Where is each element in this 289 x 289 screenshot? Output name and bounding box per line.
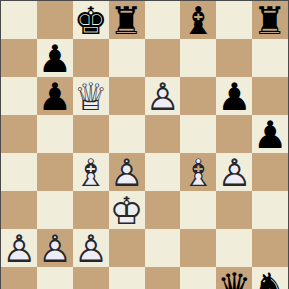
black-king-c8[interactable]: ♚ [74,2,108,40]
square-c5[interactable] [73,115,109,153]
square-b3[interactable] [37,191,73,229]
piece-glyph: ♚ [74,2,108,40]
square-d6[interactable] [109,77,145,115]
square-e6[interactable]: ♟♙ [145,77,181,115]
black-pawn-h5[interactable]: ♟ [253,116,287,154]
square-h5[interactable]: ♟ [252,115,288,153]
black-pawn-b6[interactable]: ♟ [38,78,72,116]
piece-outline-glyph: ♙ [38,230,72,268]
chess-board: ♚♜♝♜♟♟♛♕♟♙♟♟♝♗♟♙♝♗♟♙♚♔♟♙♟♙♟♙♛♞ [0,0,289,289]
white-king-d3[interactable]: ♚♔ [110,192,144,230]
square-a4[interactable] [1,153,37,191]
square-g3[interactable] [216,191,252,229]
square-c2[interactable]: ♟♙ [73,229,109,267]
black-queen-g1[interactable]: ♛ [217,268,251,289]
piece-outline-glyph: ♗ [181,154,215,192]
square-h6[interactable] [252,77,288,115]
square-h3[interactable] [252,191,288,229]
piece-glyph: ♜ [253,2,287,40]
piece-glyph: ♝ [181,2,215,40]
square-h8[interactable]: ♜ [252,1,288,39]
square-b5[interactable] [37,115,73,153]
piece-glyph: ♞ [253,268,287,289]
square-c4[interactable]: ♝♗ [73,153,109,191]
square-d8[interactable]: ♜ [109,1,145,39]
white-bishop-c4[interactable]: ♝♗ [74,154,108,192]
piece-outline-glyph: ♗ [74,154,108,192]
square-d3[interactable]: ♚♔ [109,191,145,229]
square-g4[interactable]: ♟♙ [216,153,252,191]
square-c3[interactable] [73,191,109,229]
square-h4[interactable] [252,153,288,191]
square-c7[interactable] [73,39,109,77]
square-e7[interactable] [145,39,181,77]
square-f3[interactable] [180,191,216,229]
square-c6[interactable]: ♛♕ [73,77,109,115]
square-g8[interactable] [216,1,252,39]
square-g1[interactable]: ♛ [216,267,252,289]
square-f6[interactable] [180,77,216,115]
square-f4[interactable]: ♝♗ [180,153,216,191]
white-queen-c6[interactable]: ♛♕ [74,78,108,116]
square-b6[interactable]: ♟ [37,77,73,115]
piece-glyph: ♟ [253,116,287,154]
piece-glyph: ♜ [110,2,144,40]
square-e8[interactable] [145,1,181,39]
square-c8[interactable]: ♚ [73,1,109,39]
white-pawn-c2[interactable]: ♟♙ [74,230,108,268]
piece-outline-glyph: ♙ [110,154,144,192]
square-f7[interactable] [180,39,216,77]
square-d2[interactable] [109,229,145,267]
white-pawn-b2[interactable]: ♟♙ [38,230,72,268]
square-f5[interactable] [180,115,216,153]
black-bishop-f8[interactable]: ♝ [181,2,215,40]
white-pawn-a2[interactable]: ♟♙ [2,230,36,268]
square-h2[interactable] [252,229,288,267]
black-knight-h1[interactable]: ♞ [253,268,287,289]
square-d4[interactable]: ♟♙ [109,153,145,191]
square-f2[interactable] [180,229,216,267]
square-b4[interactable] [37,153,73,191]
square-e3[interactable] [145,191,181,229]
piece-glyph: ♛ [217,268,251,289]
square-a2[interactable]: ♟♙ [1,229,37,267]
square-e5[interactable] [145,115,181,153]
black-rook-d8[interactable]: ♜ [110,2,144,40]
square-b7[interactable]: ♟ [37,39,73,77]
square-g6[interactable]: ♟ [216,77,252,115]
piece-outline-glyph: ♕ [74,78,108,116]
square-f1[interactable] [180,267,216,289]
black-pawn-g6[interactable]: ♟ [217,78,251,116]
black-pawn-b7[interactable]: ♟ [38,40,72,78]
square-a8[interactable] [1,1,37,39]
square-a5[interactable] [1,115,37,153]
square-e1[interactable] [145,267,181,289]
square-e2[interactable] [145,229,181,267]
square-b8[interactable] [37,1,73,39]
square-h7[interactable] [252,39,288,77]
square-h1[interactable]: ♞ [252,267,288,289]
square-d7[interactable] [109,39,145,77]
piece-outline-glyph: ♙ [74,230,108,268]
square-g5[interactable] [216,115,252,153]
piece-glyph: ♟ [217,78,251,116]
square-a6[interactable] [1,77,37,115]
chessboard-panel: ♚♜♝♜♟♟♛♕♟♙♟♟♝♗♟♙♝♗♟♙♚♔♟♙♟♙♟♙♛♞ [0,0,289,289]
square-a7[interactable] [1,39,37,77]
square-d5[interactable] [109,115,145,153]
piece-glyph: ♟ [38,78,72,116]
piece-outline-glyph: ♙ [217,154,251,192]
white-bishop-f4[interactable]: ♝♗ [181,154,215,192]
square-f8[interactable]: ♝ [180,1,216,39]
square-a3[interactable] [1,191,37,229]
piece-outline-glyph: ♙ [145,78,179,116]
piece-glyph: ♟ [38,40,72,78]
black-rook-h8[interactable]: ♜ [253,2,287,40]
square-b2[interactable]: ♟♙ [37,229,73,267]
piece-outline-glyph: ♙ [2,230,36,268]
white-pawn-d4[interactable]: ♟♙ [110,154,144,192]
square-d1[interactable] [109,267,145,289]
square-e4[interactable] [145,153,181,191]
piece-outline-glyph: ♔ [110,192,144,230]
square-g7[interactable] [216,39,252,77]
white-pawn-g4[interactable]: ♟♙ [217,154,251,192]
white-pawn-e6[interactable]: ♟♙ [145,78,179,116]
square-g2[interactable] [216,229,252,267]
